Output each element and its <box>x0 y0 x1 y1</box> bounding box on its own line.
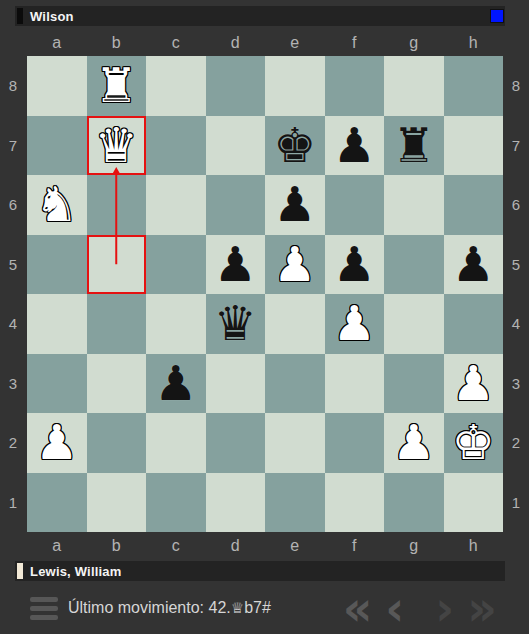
top-player-name: Wilson <box>30 9 74 24</box>
square-h2[interactable]: ♚ <box>444 413 504 473</box>
file-label-g: g <box>384 34 444 52</box>
square-c1[interactable] <box>146 473 206 533</box>
rank-label-7: 7 <box>503 116 529 176</box>
piece-black-pawn[interactable]: ♟ <box>333 235 376 295</box>
file-label-b: b <box>87 34 147 52</box>
rank-label-5: 5 <box>0 235 26 295</box>
rank-label-3: 3 <box>0 354 26 414</box>
square-h4[interactable] <box>444 294 504 354</box>
square-h1[interactable] <box>444 473 504 533</box>
last-move-label: Último movimiento: 42. <box>68 599 231 616</box>
square-a8[interactable] <box>27 56 87 116</box>
piece-black-pawn[interactable]: ♟ <box>214 235 257 295</box>
square-c2[interactable] <box>146 413 206 473</box>
last-move-text: Último movimiento: 42.♕b7# <box>68 599 271 617</box>
rank-label-6: 6 <box>503 175 529 235</box>
square-g1[interactable] <box>384 473 444 533</box>
square-f6[interactable] <box>325 175 385 235</box>
rank-label-2: 2 <box>0 413 26 473</box>
nav-first-button[interactable]: « <box>341 587 375 629</box>
piece-black-king[interactable]: ♚ <box>273 116 316 176</box>
piece-white-queen[interactable]: ♛ <box>95 116 138 176</box>
square-a2[interactable]: ♟ <box>27 413 87 473</box>
move-navigation: «‹›» <box>341 588 499 628</box>
square-a6[interactable]: ♞ <box>27 175 87 235</box>
square-f7[interactable]: ♟ <box>325 116 385 176</box>
file-label-c: c <box>146 34 206 52</box>
file-label-a: a <box>27 34 87 52</box>
file-label-b: b <box>87 537 147 555</box>
rank-label-6: 6 <box>0 175 26 235</box>
file-label-h: h <box>444 537 504 555</box>
square-e1[interactable] <box>265 473 325 533</box>
black-side-indicator <box>17 8 23 24</box>
rank-label-3: 3 <box>503 354 529 414</box>
piece-white-pawn[interactable]: ♟ <box>392 413 435 473</box>
nav-previous-button[interactable]: ‹ <box>383 587 406 629</box>
square-e2[interactable] <box>265 413 325 473</box>
square-a5[interactable] <box>27 235 87 295</box>
bottom-player-name: Lewis, William <box>30 564 122 579</box>
piece-black-pawn[interactable]: ♟ <box>273 175 316 235</box>
file-label-e: e <box>265 34 325 52</box>
rank-label-1: 1 <box>503 473 529 533</box>
file-label-g: g <box>384 537 444 555</box>
piece-white-knight[interactable]: ♞ <box>35 175 78 235</box>
bottom-player-bar: Lewis, William <box>15 561 505 581</box>
piece-black-pawn[interactable]: ♟ <box>154 354 197 414</box>
queen-icon: ♕ <box>231 599 244 617</box>
square-b7[interactable]: ♛ <box>87 116 147 176</box>
white-side-indicator <box>17 563 23 579</box>
square-e7[interactable]: ♚ <box>265 116 325 176</box>
square-h5[interactable]: ♟ <box>444 235 504 295</box>
square-f1[interactable] <box>325 473 385 533</box>
square-b3[interactable] <box>87 354 147 414</box>
piece-black-rook[interactable]: ♜ <box>392 116 435 176</box>
file-label-d: d <box>206 34 266 52</box>
square-g5[interactable] <box>384 235 444 295</box>
square-d2[interactable] <box>206 413 266 473</box>
rank-label-8: 8 <box>0 56 26 116</box>
piece-white-king[interactable]: ♚ <box>452 413 495 473</box>
nav-last-button: » <box>465 587 499 629</box>
square-a7[interactable] <box>27 116 87 176</box>
piece-white-pawn[interactable]: ♟ <box>452 354 495 414</box>
square-b8[interactable]: ♜ <box>87 56 147 116</box>
square-b1[interactable] <box>87 473 147 533</box>
square-e5[interactable]: ♟ <box>265 235 325 295</box>
rank-label-5: 5 <box>503 235 529 295</box>
square-g3[interactable] <box>384 354 444 414</box>
file-label-d: d <box>206 537 266 555</box>
square-f3[interactable] <box>325 354 385 414</box>
rank-label-7: 7 <box>0 116 26 176</box>
square-f4[interactable]: ♟ <box>325 294 385 354</box>
square-g8[interactable] <box>384 56 444 116</box>
top-player-bar: Wilson <box>15 6 505 26</box>
square-a4[interactable] <box>27 294 87 354</box>
square-e6[interactable]: ♟ <box>265 175 325 235</box>
square-h3[interactable]: ♟ <box>444 354 504 414</box>
square-g7[interactable]: ♜ <box>384 116 444 176</box>
square-d4[interactable]: ♛ <box>206 294 266 354</box>
square-f5[interactable]: ♟ <box>325 235 385 295</box>
square-h7[interactable] <box>444 116 504 176</box>
piece-white-rook[interactable]: ♜ <box>95 56 138 116</box>
square-e4[interactable] <box>265 294 325 354</box>
square-c3[interactable]: ♟ <box>146 354 206 414</box>
square-d8[interactable] <box>206 56 266 116</box>
hamburger-icon <box>30 597 58 602</box>
square-d3[interactable] <box>206 354 266 414</box>
square-g2[interactable]: ♟ <box>384 413 444 473</box>
chess-app-window: Wilson abcdefgh 87654321 87654321 ♜♛♚♟♜♞… <box>0 0 529 634</box>
piece-black-pawn[interactable]: ♟ <box>452 235 495 295</box>
square-d5[interactable]: ♟ <box>206 235 266 295</box>
square-c6[interactable] <box>146 175 206 235</box>
file-label-c: c <box>146 537 206 555</box>
rank-label-2: 2 <box>503 413 529 473</box>
footer-controls: Último movimiento: 42.♕b7# «‹›» <box>0 582 529 634</box>
square-h6[interactable] <box>444 175 504 235</box>
square-c4[interactable] <box>146 294 206 354</box>
piece-white-pawn[interactable]: ♟ <box>273 235 316 295</box>
file-label-a: a <box>27 537 87 555</box>
square-d1[interactable] <box>206 473 266 533</box>
piece-black-queen[interactable]: ♛ <box>214 294 257 354</box>
square-h8[interactable] <box>444 56 504 116</box>
file-label-f: f <box>325 537 385 555</box>
square-f2[interactable] <box>325 413 385 473</box>
square-e8[interactable] <box>265 56 325 116</box>
square-g4[interactable] <box>384 294 444 354</box>
square-f8[interactable] <box>325 56 385 116</box>
file-label-h: h <box>444 34 504 52</box>
nav-next-button: › <box>433 587 456 629</box>
square-b6[interactable] <box>87 175 147 235</box>
menu-button[interactable] <box>30 597 58 620</box>
square-d7[interactable] <box>206 116 266 176</box>
rank-label-8: 8 <box>503 56 529 116</box>
square-c8[interactable] <box>146 56 206 116</box>
piece-white-pawn[interactable]: ♟ <box>333 294 376 354</box>
square-g6[interactable] <box>384 175 444 235</box>
square-b2[interactable] <box>87 413 147 473</box>
last-move-square: b7# <box>244 599 271 616</box>
square-e3[interactable] <box>265 354 325 414</box>
square-a3[interactable] <box>27 354 87 414</box>
rank-label-4: 4 <box>503 294 529 354</box>
chess-board: ♜♛♚♟♜♞♟♟♟♟♟♛♟♟♟♟♟♚ <box>27 56 503 532</box>
file-label-e: e <box>265 537 325 555</box>
piece-black-pawn[interactable]: ♟ <box>333 116 376 176</box>
square-a1[interactable] <box>27 473 87 533</box>
square-c5[interactable] <box>146 235 206 295</box>
square-c7[interactable] <box>146 116 206 176</box>
square-b5[interactable] <box>87 235 147 295</box>
rank-label-1: 1 <box>0 473 26 533</box>
status-indicator <box>491 10 503 22</box>
file-label-f: f <box>325 34 385 52</box>
piece-white-pawn[interactable]: ♟ <box>35 413 78 473</box>
square-d6[interactable] <box>206 175 266 235</box>
rank-label-4: 4 <box>0 294 26 354</box>
square-b4[interactable] <box>87 294 147 354</box>
